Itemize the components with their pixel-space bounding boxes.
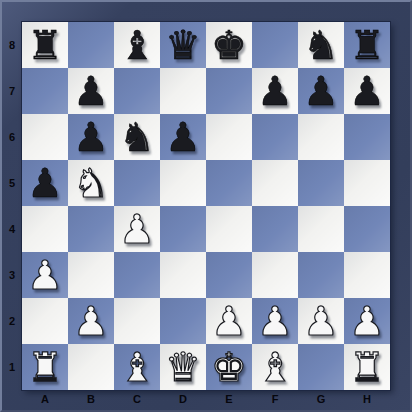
square-f6[interactable] xyxy=(252,114,298,160)
square-c7[interactable] xyxy=(114,68,160,114)
square-b8[interactable] xyxy=(68,22,114,68)
square-h1[interactable]: ♜ xyxy=(344,344,390,390)
rank-labels: 87654321 xyxy=(2,22,22,390)
square-h2[interactable]: ♟ xyxy=(344,298,390,344)
black-pawn-piece[interactable]: ♟ xyxy=(303,68,339,114)
square-g5[interactable] xyxy=(298,160,344,206)
square-g7[interactable]: ♟ xyxy=(298,68,344,114)
white-pawn-piece[interactable]: ♟ xyxy=(211,298,247,344)
square-b1[interactable] xyxy=(68,344,114,390)
black-queen-piece[interactable]: ♛ xyxy=(165,22,201,68)
black-king-piece[interactable]: ♚ xyxy=(211,22,247,68)
square-a3[interactable]: ♟ xyxy=(22,252,68,298)
square-f3[interactable] xyxy=(252,252,298,298)
square-g1[interactable] xyxy=(298,344,344,390)
black-pawn-piece[interactable]: ♟ xyxy=(27,160,63,206)
square-c6[interactable]: ♞ xyxy=(114,114,160,160)
square-e3[interactable] xyxy=(206,252,252,298)
square-a8[interactable]: ♜ xyxy=(22,22,68,68)
square-c4[interactable]: ♟ xyxy=(114,206,160,252)
rank-label-7: 7 xyxy=(2,68,22,114)
square-d4[interactable] xyxy=(160,206,206,252)
square-d2[interactable] xyxy=(160,298,206,344)
square-d7[interactable] xyxy=(160,68,206,114)
square-d8[interactable]: ♛ xyxy=(160,22,206,68)
square-c5[interactable] xyxy=(114,160,160,206)
white-pawn-piece[interactable]: ♟ xyxy=(303,298,339,344)
rank-label-6: 6 xyxy=(2,114,22,160)
file-label-e: E xyxy=(206,390,252,410)
square-g3[interactable] xyxy=(298,252,344,298)
square-e5[interactable] xyxy=(206,160,252,206)
black-knight-piece[interactable]: ♞ xyxy=(303,22,339,68)
white-pawn-piece[interactable]: ♟ xyxy=(73,298,109,344)
square-h7[interactable]: ♟ xyxy=(344,68,390,114)
square-e7[interactable] xyxy=(206,68,252,114)
square-e1[interactable]: ♚ xyxy=(206,344,252,390)
rank-label-5: 5 xyxy=(2,160,22,206)
white-pawn-piece[interactable]: ♟ xyxy=(257,298,293,344)
white-queen-piece[interactable]: ♛ xyxy=(165,344,201,390)
square-h3[interactable] xyxy=(344,252,390,298)
square-d1[interactable]: ♛ xyxy=(160,344,206,390)
white-pawn-piece[interactable]: ♟ xyxy=(119,206,155,252)
file-label-f: F xyxy=(252,390,298,410)
file-label-h: H xyxy=(344,390,390,410)
rank-label-3: 3 xyxy=(2,252,22,298)
black-pawn-piece[interactable]: ♟ xyxy=(73,68,109,114)
square-h5[interactable] xyxy=(344,160,390,206)
rank-label-4: 4 xyxy=(2,206,22,252)
square-e2[interactable]: ♟ xyxy=(206,298,252,344)
square-a7[interactable] xyxy=(22,68,68,114)
black-rook-piece[interactable]: ♜ xyxy=(349,22,385,68)
file-label-d: D xyxy=(160,390,206,410)
square-e6[interactable] xyxy=(206,114,252,160)
black-pawn-piece[interactable]: ♟ xyxy=(257,68,293,114)
square-b6[interactable]: ♟ xyxy=(68,114,114,160)
square-h6[interactable] xyxy=(344,114,390,160)
square-e4[interactable] xyxy=(206,206,252,252)
file-label-a: A xyxy=(22,390,68,410)
square-e8[interactable]: ♚ xyxy=(206,22,252,68)
chess-diagram: 87654321 ABCDEFGH ♜♝♛♚♞♜♟♟♟♟♟♞♟♟♞♟♟♟♟♟♟♟… xyxy=(0,0,412,412)
square-a2[interactable] xyxy=(22,298,68,344)
square-f8[interactable] xyxy=(252,22,298,68)
square-g4[interactable] xyxy=(298,206,344,252)
file-label-b: B xyxy=(68,390,114,410)
square-a4[interactable] xyxy=(22,206,68,252)
white-king-piece[interactable]: ♚ xyxy=(211,344,247,390)
square-d6[interactable]: ♟ xyxy=(160,114,206,160)
square-f5[interactable] xyxy=(252,160,298,206)
square-d5[interactable] xyxy=(160,160,206,206)
square-h8[interactable]: ♜ xyxy=(344,22,390,68)
black-knight-piece[interactable]: ♞ xyxy=(119,114,155,160)
file-label-c: C xyxy=(114,390,160,410)
square-f2[interactable]: ♟ xyxy=(252,298,298,344)
square-c8[interactable]: ♝ xyxy=(114,22,160,68)
white-rook-piece[interactable]: ♜ xyxy=(27,344,63,390)
square-g6[interactable] xyxy=(298,114,344,160)
white-bishop-piece[interactable]: ♝ xyxy=(119,344,155,390)
file-labels: ABCDEFGH xyxy=(22,390,390,410)
square-a5[interactable]: ♟ xyxy=(22,160,68,206)
square-h4[interactable] xyxy=(344,206,390,252)
square-g2[interactable]: ♟ xyxy=(298,298,344,344)
square-b3[interactable] xyxy=(68,252,114,298)
square-c2[interactable] xyxy=(114,298,160,344)
square-f1[interactable]: ♝ xyxy=(252,344,298,390)
black-bishop-piece[interactable]: ♝ xyxy=(119,22,155,68)
square-b2[interactable]: ♟ xyxy=(68,298,114,344)
square-c1[interactable]: ♝ xyxy=(114,344,160,390)
white-pawn-piece[interactable]: ♟ xyxy=(349,298,385,344)
white-rook-piece[interactable]: ♜ xyxy=(349,344,385,390)
file-label-g: G xyxy=(298,390,344,410)
white-pawn-piece[interactable]: ♟ xyxy=(27,252,63,298)
black-rook-piece[interactable]: ♜ xyxy=(27,22,63,68)
square-b5[interactable]: ♞ xyxy=(68,160,114,206)
rank-label-1: 1 xyxy=(2,344,22,390)
black-pawn-piece[interactable]: ♟ xyxy=(73,114,109,160)
white-bishop-piece[interactable]: ♝ xyxy=(257,344,293,390)
square-d3[interactable] xyxy=(160,252,206,298)
black-pawn-piece[interactable]: ♟ xyxy=(349,68,385,114)
rank-label-8: 8 xyxy=(2,22,22,68)
rank-label-2: 2 xyxy=(2,298,22,344)
chess-board: ♜♝♛♚♞♜♟♟♟♟♟♞♟♟♞♟♟♟♟♟♟♟♜♝♛♚♝♜ xyxy=(22,22,390,390)
square-g8[interactable]: ♞ xyxy=(298,22,344,68)
square-f4[interactable] xyxy=(252,206,298,252)
square-c3[interactable] xyxy=(114,252,160,298)
square-b4[interactable] xyxy=(68,206,114,252)
square-a6[interactable] xyxy=(22,114,68,160)
black-pawn-piece[interactable]: ♟ xyxy=(165,114,201,160)
square-b7[interactable]: ♟ xyxy=(68,68,114,114)
square-a1[interactable]: ♜ xyxy=(22,344,68,390)
square-f7[interactable]: ♟ xyxy=(252,68,298,114)
white-knight-piece[interactable]: ♞ xyxy=(73,160,109,206)
